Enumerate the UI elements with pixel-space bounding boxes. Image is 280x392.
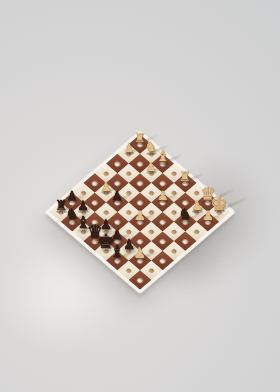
piece-white-pawn-e3[interactable]: ♟ — [151, 191, 174, 203]
peg-hole — [125, 170, 132, 176]
peg-hole — [114, 160, 121, 166]
piece-black-knight-g3[interactable]: ♞ — [173, 208, 197, 222]
peg-hole — [148, 228, 155, 234]
peg-hole — [136, 180, 143, 186]
piece-white-pawn-a2[interactable]: ♟ — [118, 143, 140, 154]
peg-hole — [136, 199, 143, 205]
peg-hole — [170, 248, 177, 254]
peg-hole — [159, 219, 166, 225]
piece-white-pawn-c2[interactable]: ♟ — [140, 162, 163, 173]
peg-hole — [125, 267, 132, 273]
peg-hole — [159, 257, 166, 263]
peg-hole — [136, 277, 143, 283]
white-pawn-icon: ♟ — [157, 191, 168, 203]
peg-hole — [148, 267, 155, 273]
peg-hole — [159, 180, 166, 186]
photo-background: ♜♞♝♜♛♚♟♟♟♟♟♟♟♟♜♞♝♛♚♝♟♟♟♟♟♟♞ — [0, 0, 280, 392]
white-rook-icon: ♜ — [179, 171, 191, 183]
peg-hole — [182, 238, 189, 244]
piece-white-rook-e1[interactable]: ♜ — [174, 171, 197, 183]
peg-hole — [159, 238, 166, 244]
piece-black-bishop-f8[interactable]: ♝ — [105, 245, 130, 261]
white-pawn-icon: ♟ — [123, 143, 134, 154]
black-knight-icon: ♞ — [178, 208, 191, 222]
peg-hole — [103, 209, 110, 215]
white-pawn-icon: ♟ — [134, 210, 146, 222]
white-pawn-icon: ♟ — [146, 162, 157, 173]
black-bishop-icon: ♝ — [110, 245, 125, 261]
peg-hole — [103, 170, 110, 176]
peg-hole — [193, 228, 200, 234]
piece-black-pawn-c5[interactable]: ♟ — [106, 191, 129, 203]
peg-hole — [170, 228, 177, 234]
piece-white-pawn-e5[interactable]: ♟ — [128, 210, 152, 222]
black-pawn-icon: ♟ — [112, 191, 123, 203]
